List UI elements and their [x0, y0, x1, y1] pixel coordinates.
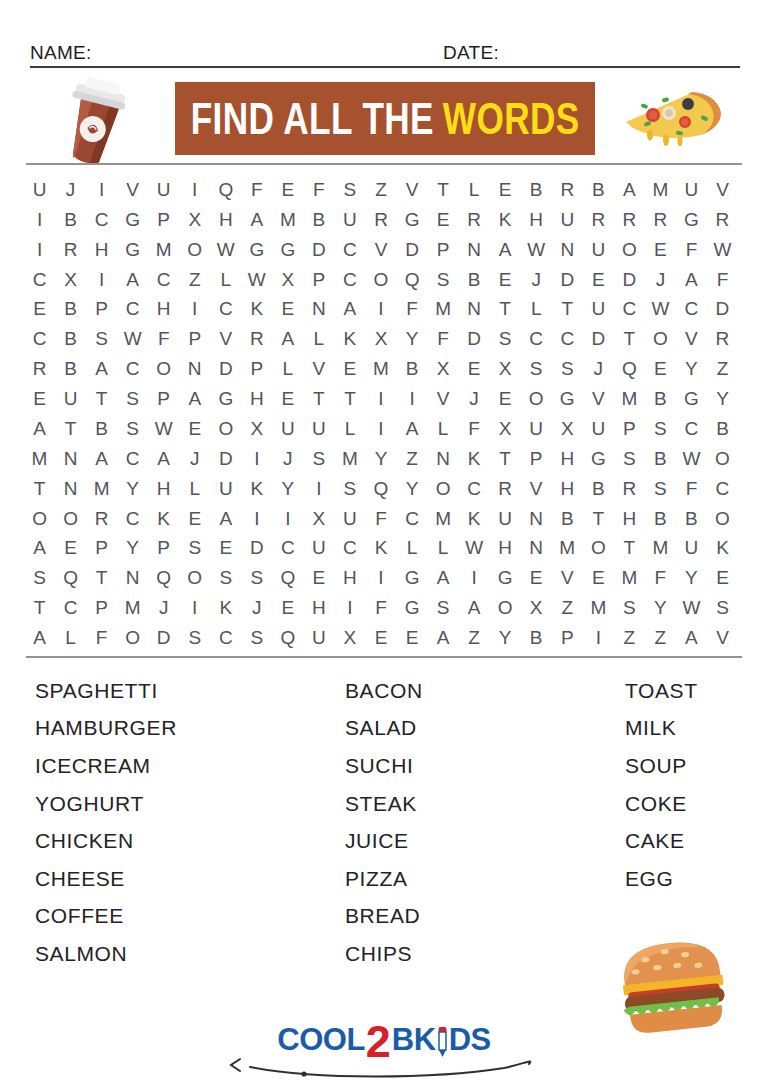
- grid-cell-r3c9[interactable]: G: [272, 235, 303, 265]
- grid-cell-r1c13[interactable]: V: [397, 175, 428, 205]
- grid-cell-r7c19[interactable]: J: [583, 354, 614, 384]
- grid-cell-r6c1[interactable]: C: [24, 324, 55, 354]
- grid-cell-r1c22[interactable]: U: [676, 175, 707, 205]
- grid-cell-r14c23[interactable]: E: [707, 563, 738, 593]
- grid-cell-r15c15[interactable]: A: [459, 593, 490, 623]
- grid-cell-r2c12[interactable]: R: [365, 205, 396, 235]
- grid-cell-r15c4[interactable]: M: [117, 593, 148, 623]
- grid-cell-r3c10[interactable]: D: [303, 235, 334, 265]
- grid-cell-r2c19[interactable]: R: [583, 205, 614, 235]
- grid-cell-r7c22[interactable]: Y: [676, 354, 707, 384]
- grid-cell-r1c8[interactable]: F: [241, 175, 272, 205]
- grid-cell-r15c1[interactable]: T: [24, 593, 55, 623]
- grid-cell-r9c5[interactable]: W: [148, 414, 179, 444]
- grid-cell-r11c1[interactable]: T: [24, 474, 55, 504]
- grid-cell-r13c10[interactable]: U: [303, 534, 334, 564]
- grid-cell-r6c22[interactable]: V: [676, 324, 707, 354]
- grid-cell-r3c12[interactable]: V: [365, 235, 396, 265]
- grid-cell-r1c21[interactable]: M: [645, 175, 676, 205]
- grid-cell-r15c3[interactable]: P: [86, 593, 117, 623]
- grid-cell-r16c20[interactable]: Z: [614, 623, 645, 653]
- grid-cell-r5c7[interactable]: C: [210, 295, 241, 325]
- grid-cell-r4c2[interactable]: X: [55, 265, 86, 295]
- grid-cell-r8c22[interactable]: G: [676, 384, 707, 414]
- grid-cell-r13c21[interactable]: M: [645, 534, 676, 564]
- grid-cell-r1c20[interactable]: A: [614, 175, 645, 205]
- grid-cell-r4c6[interactable]: Z: [179, 265, 210, 295]
- grid-cell-r9c9[interactable]: U: [272, 414, 303, 444]
- grid-cell-r10c6[interactable]: J: [179, 444, 210, 474]
- grid-cell-r12c14[interactable]: M: [428, 504, 459, 534]
- grid-cell-r12c20[interactable]: H: [614, 504, 645, 534]
- grid-cell-r10c12[interactable]: Y: [365, 444, 396, 474]
- grid-cell-r4c15[interactable]: B: [459, 265, 490, 295]
- grid-cell-r3c17[interactable]: W: [521, 235, 552, 265]
- grid-cell-r16c10[interactable]: U: [303, 623, 334, 653]
- grid-cell-r13c5[interactable]: P: [148, 534, 179, 564]
- grid-cell-r16c7[interactable]: C: [210, 623, 241, 653]
- grid-cell-r11c21[interactable]: S: [645, 474, 676, 504]
- grid-cell-r5c15[interactable]: N: [459, 295, 490, 325]
- grid-cell-r10c23[interactable]: O: [707, 444, 738, 474]
- grid-cell-r6c13[interactable]: Y: [397, 324, 428, 354]
- grid-cell-r5c22[interactable]: C: [676, 295, 707, 325]
- grid-cell-r6c20[interactable]: T: [614, 324, 645, 354]
- grid-cell-r5c2[interactable]: B: [55, 295, 86, 325]
- grid-cell-r11c14[interactable]: O: [428, 474, 459, 504]
- grid-cell-r8c3[interactable]: T: [86, 384, 117, 414]
- grid-cell-r9c1[interactable]: A: [24, 414, 55, 444]
- grid-cell-r11c8[interactable]: K: [241, 474, 272, 504]
- grid-cell-r4c13[interactable]: Q: [397, 265, 428, 295]
- grid-cell-r1c5[interactable]: U: [148, 175, 179, 205]
- grid-cell-r1c2[interactable]: J: [55, 175, 86, 205]
- grid-cell-r10c21[interactable]: B: [645, 444, 676, 474]
- grid-cell-r11c15[interactable]: C: [459, 474, 490, 504]
- grid-cell-r14c20[interactable]: M: [614, 563, 645, 593]
- grid-cell-r7c1[interactable]: R: [24, 354, 55, 384]
- grid-cell-r10c8[interactable]: I: [241, 444, 272, 474]
- grid-cell-r14c1[interactable]: S: [24, 563, 55, 593]
- grid-cell-r9c7[interactable]: O: [210, 414, 241, 444]
- grid-cell-r12c1[interactable]: O: [24, 504, 55, 534]
- grid-cell-r16c17[interactable]: B: [521, 623, 552, 653]
- grid-cell-r11c4[interactable]: Y: [117, 474, 148, 504]
- grid-cell-r5c10[interactable]: N: [303, 295, 334, 325]
- grid-cell-r13c18[interactable]: M: [552, 534, 583, 564]
- grid-cell-r4c20[interactable]: D: [614, 265, 645, 295]
- grid-cell-r1c17[interactable]: B: [521, 175, 552, 205]
- grid-cell-r10c4[interactable]: C: [117, 444, 148, 474]
- grid-cell-r7c2[interactable]: B: [55, 354, 86, 384]
- grid-cell-r2c22[interactable]: G: [676, 205, 707, 235]
- grid-cell-r3c20[interactable]: O: [614, 235, 645, 265]
- grid-cell-r4c18[interactable]: D: [552, 265, 583, 295]
- grid-cell-r15c11[interactable]: I: [334, 593, 365, 623]
- grid-cell-r8c1[interactable]: E: [24, 384, 55, 414]
- grid-cell-r13c1[interactable]: A: [24, 534, 55, 564]
- grid-cell-r7c10[interactable]: V: [303, 354, 334, 384]
- grid-cell-r13c9[interactable]: C: [272, 534, 303, 564]
- grid-cell-r7c5[interactable]: O: [148, 354, 179, 384]
- grid-cell-r12c3[interactable]: R: [86, 504, 117, 534]
- grid-cell-r12c6[interactable]: E: [179, 504, 210, 534]
- grid-cell-r7c4[interactable]: C: [117, 354, 148, 384]
- grid-cell-r14c16[interactable]: G: [490, 563, 521, 593]
- grid-cell-r9c16[interactable]: X: [490, 414, 521, 444]
- grid-cell-r10c15[interactable]: K: [459, 444, 490, 474]
- grid-cell-r2c8[interactable]: A: [241, 205, 272, 235]
- grid-cell-r16c13[interactable]: E: [397, 623, 428, 653]
- grid-cell-r4c12[interactable]: O: [365, 265, 396, 295]
- grid-cell-r8c19[interactable]: V: [583, 384, 614, 414]
- grid-cell-r4c23[interactable]: F: [707, 265, 738, 295]
- grid-cell-r5c8[interactable]: K: [241, 295, 272, 325]
- grid-cell-r14c10[interactable]: E: [303, 563, 334, 593]
- grid-cell-r10c17[interactable]: P: [521, 444, 552, 474]
- grid-cell-r11c11[interactable]: S: [334, 474, 365, 504]
- grid-cell-r7c11[interactable]: E: [334, 354, 365, 384]
- grid-cell-r10c2[interactable]: N: [55, 444, 86, 474]
- grid-cell-r2c4[interactable]: G: [117, 205, 148, 235]
- grid-cell-r6c14[interactable]: F: [428, 324, 459, 354]
- grid-cell-r14c14[interactable]: A: [428, 563, 459, 593]
- grid-cell-r6c7[interactable]: V: [210, 324, 241, 354]
- grid-cell-r6c6[interactable]: P: [179, 324, 210, 354]
- grid-cell-r3c21[interactable]: E: [645, 235, 676, 265]
- grid-cell-r8c23[interactable]: Y: [707, 384, 738, 414]
- grid-cell-r15c21[interactable]: Y: [645, 593, 676, 623]
- grid-cell-r5c6[interactable]: I: [179, 295, 210, 325]
- grid-cell-r11c5[interactable]: H: [148, 474, 179, 504]
- grid-cell-r4c21[interactable]: J: [645, 265, 676, 295]
- grid-cell-r8c6[interactable]: A: [179, 384, 210, 414]
- grid-cell-r16c1[interactable]: A: [24, 623, 55, 653]
- grid-cell-r4c9[interactable]: X: [272, 265, 303, 295]
- grid-cell-r6c18[interactable]: C: [552, 324, 583, 354]
- grid-cell-r3c4[interactable]: G: [117, 235, 148, 265]
- grid-cell-r14c17[interactable]: E: [521, 563, 552, 593]
- grid-cell-r5c23[interactable]: D: [707, 295, 738, 325]
- grid-cell-r10c10[interactable]: S: [303, 444, 334, 474]
- grid-cell-r13c22[interactable]: U: [676, 534, 707, 564]
- grid-cell-r7c7[interactable]: D: [210, 354, 241, 384]
- grid-cell-r9c19[interactable]: U: [583, 414, 614, 444]
- grid-cell-r13c4[interactable]: Y: [117, 534, 148, 564]
- grid-cell-r12c16[interactable]: U: [490, 504, 521, 534]
- grid-cell-r16c14[interactable]: A: [428, 623, 459, 653]
- grid-cell-r8c21[interactable]: B: [645, 384, 676, 414]
- grid-cell-r9c20[interactable]: P: [614, 414, 645, 444]
- grid-cell-r16c21[interactable]: Z: [645, 623, 676, 653]
- grid-cell-r2c10[interactable]: B: [303, 205, 334, 235]
- grid-cell-r3c7[interactable]: W: [210, 235, 241, 265]
- grid-cell-r13c3[interactable]: P: [86, 534, 117, 564]
- grid-cell-r12c13[interactable]: C: [397, 504, 428, 534]
- grid-cell-r15c8[interactable]: J: [241, 593, 272, 623]
- grid-cell-r5c13[interactable]: F: [397, 295, 428, 325]
- grid-cell-r10c7[interactable]: D: [210, 444, 241, 474]
- grid-cell-r9c6[interactable]: E: [179, 414, 210, 444]
- grid-cell-r5c12[interactable]: I: [365, 295, 396, 325]
- grid-cell-r16c8[interactable]: S: [241, 623, 272, 653]
- grid-cell-r8c13[interactable]: I: [397, 384, 428, 414]
- grid-cell-r16c6[interactable]: S: [179, 623, 210, 653]
- grid-cell-r11c6[interactable]: L: [179, 474, 210, 504]
- grid-cell-r14c9[interactable]: Q: [272, 563, 303, 593]
- grid-cell-r8c18[interactable]: G: [552, 384, 583, 414]
- grid-cell-r2c20[interactable]: R: [614, 205, 645, 235]
- grid-cell-r13c14[interactable]: L: [428, 534, 459, 564]
- grid-cell-r4c8[interactable]: W: [241, 265, 272, 295]
- grid-cell-r2c15[interactable]: R: [459, 205, 490, 235]
- grid-cell-r13c13[interactable]: L: [397, 534, 428, 564]
- grid-cell-r12c4[interactable]: C: [117, 504, 148, 534]
- grid-cell-r3c13[interactable]: D: [397, 235, 428, 265]
- grid-cell-r9c2[interactable]: T: [55, 414, 86, 444]
- grid-cell-r2c9[interactable]: M: [272, 205, 303, 235]
- grid-cell-r14c12[interactable]: I: [365, 563, 396, 593]
- grid-cell-r4c3[interactable]: I: [86, 265, 117, 295]
- grid-cell-r14c5[interactable]: Q: [148, 563, 179, 593]
- grid-cell-r13c6[interactable]: S: [179, 534, 210, 564]
- grid-cell-r8c5[interactable]: P: [148, 384, 179, 414]
- grid-cell-r10c14[interactable]: N: [428, 444, 459, 474]
- grid-cell-r5c17[interactable]: L: [521, 295, 552, 325]
- grid-cell-r11c23[interactable]: C: [707, 474, 738, 504]
- grid-cell-r1c9[interactable]: E: [272, 175, 303, 205]
- grid-cell-r15c14[interactable]: S: [428, 593, 459, 623]
- grid-cell-r15c20[interactable]: S: [614, 593, 645, 623]
- grid-cell-r2c5[interactable]: P: [148, 205, 179, 235]
- grid-cell-r9c17[interactable]: U: [521, 414, 552, 444]
- grid-cell-r12c17[interactable]: N: [521, 504, 552, 534]
- grid-cell-r8c12[interactable]: I: [365, 384, 396, 414]
- grid-cell-r10c9[interactable]: J: [272, 444, 303, 474]
- grid-cell-r6c12[interactable]: X: [365, 324, 396, 354]
- grid-cell-r14c13[interactable]: G: [397, 563, 428, 593]
- grid-cell-r4c7[interactable]: L: [210, 265, 241, 295]
- grid-cell-r6c8[interactable]: R: [241, 324, 272, 354]
- grid-cell-r15c18[interactable]: Z: [552, 593, 583, 623]
- grid-cell-r9c23[interactable]: B: [707, 414, 738, 444]
- grid-cell-r7c17[interactable]: S: [521, 354, 552, 384]
- grid-cell-r2c18[interactable]: U: [552, 205, 583, 235]
- grid-cell-r6c2[interactable]: B: [55, 324, 86, 354]
- grid-cell-r5c20[interactable]: C: [614, 295, 645, 325]
- grid-cell-r6c16[interactable]: S: [490, 324, 521, 354]
- grid-cell-r10c1[interactable]: M: [24, 444, 55, 474]
- grid-cell-r4c10[interactable]: P: [303, 265, 334, 295]
- grid-cell-r4c17[interactable]: J: [521, 265, 552, 295]
- grid-cell-r16c12[interactable]: E: [365, 623, 396, 653]
- grid-cell-r5c16[interactable]: T: [490, 295, 521, 325]
- grid-cell-r15c6[interactable]: I: [179, 593, 210, 623]
- grid-cell-r11c2[interactable]: N: [55, 474, 86, 504]
- grid-cell-r13c15[interactable]: W: [459, 534, 490, 564]
- grid-cell-r11c9[interactable]: Y: [272, 474, 303, 504]
- grid-cell-r14c11[interactable]: H: [334, 563, 365, 593]
- grid-cell-r6c9[interactable]: A: [272, 324, 303, 354]
- grid-cell-r9c12[interactable]: I: [365, 414, 396, 444]
- grid-cell-r7c3[interactable]: A: [86, 354, 117, 384]
- grid-cell-r15c16[interactable]: O: [490, 593, 521, 623]
- grid-cell-r5c4[interactable]: C: [117, 295, 148, 325]
- grid-cell-r3c5[interactable]: M: [148, 235, 179, 265]
- grid-cell-r15c19[interactable]: M: [583, 593, 614, 623]
- grid-cell-r6c4[interactable]: W: [117, 324, 148, 354]
- grid-cell-r1c15[interactable]: L: [459, 175, 490, 205]
- grid-cell-r1c3[interactable]: I: [86, 175, 117, 205]
- grid-cell-r8c7[interactable]: G: [210, 384, 241, 414]
- grid-cell-r16c19[interactable]: I: [583, 623, 614, 653]
- grid-cell-r7c23[interactable]: Z: [707, 354, 738, 384]
- grid-cell-r1c7[interactable]: Q: [210, 175, 241, 205]
- grid-cell-r5c11[interactable]: A: [334, 295, 365, 325]
- grid-cell-r12c12[interactable]: F: [365, 504, 396, 534]
- grid-cell-r11c12[interactable]: Q: [365, 474, 396, 504]
- grid-cell-r13c17[interactable]: N: [521, 534, 552, 564]
- grid-cell-r3c3[interactable]: H: [86, 235, 117, 265]
- grid-cell-r15c22[interactable]: W: [676, 593, 707, 623]
- grid-cell-r3c8[interactable]: G: [241, 235, 272, 265]
- grid-cell-r16c9[interactable]: Q: [272, 623, 303, 653]
- grid-cell-r9c14[interactable]: L: [428, 414, 459, 444]
- grid-cell-r7c14[interactable]: X: [428, 354, 459, 384]
- grid-cell-r2c21[interactable]: R: [645, 205, 676, 235]
- grid-cell-r1c6[interactable]: I: [179, 175, 210, 205]
- grid-cell-r14c3[interactable]: T: [86, 563, 117, 593]
- grid-cell-r8c10[interactable]: T: [303, 384, 334, 414]
- grid-cell-r6c5[interactable]: F: [148, 324, 179, 354]
- grid-cell-r13c2[interactable]: E: [55, 534, 86, 564]
- grid-cell-r6c11[interactable]: K: [334, 324, 365, 354]
- grid-cell-r15c13[interactable]: G: [397, 593, 428, 623]
- grid-cell-r3c19[interactable]: U: [583, 235, 614, 265]
- grid-cell-r9c8[interactable]: X: [241, 414, 272, 444]
- grid-cell-r7c16[interactable]: X: [490, 354, 521, 384]
- grid-cell-r7c18[interactable]: S: [552, 354, 583, 384]
- grid-cell-r10c5[interactable]: A: [148, 444, 179, 474]
- grid-cell-r7c15[interactable]: E: [459, 354, 490, 384]
- grid-cell-r12c19[interactable]: T: [583, 504, 614, 534]
- grid-cell-r11c19[interactable]: B: [583, 474, 614, 504]
- grid-cell-r2c17[interactable]: H: [521, 205, 552, 235]
- grid-cell-r7c13[interactable]: B: [397, 354, 428, 384]
- grid-cell-r9c10[interactable]: U: [303, 414, 334, 444]
- grid-cell-r10c11[interactable]: M: [334, 444, 365, 474]
- grid-cell-r1c19[interactable]: B: [583, 175, 614, 205]
- grid-cell-r8c20[interactable]: M: [614, 384, 645, 414]
- grid-cell-r12c10[interactable]: X: [303, 504, 334, 534]
- grid-cell-r16c3[interactable]: F: [86, 623, 117, 653]
- grid-cell-r8c4[interactable]: S: [117, 384, 148, 414]
- grid-cell-r4c1[interactable]: C: [24, 265, 55, 295]
- grid-cell-r10c22[interactable]: W: [676, 444, 707, 474]
- grid-cell-r16c4[interactable]: O: [117, 623, 148, 653]
- grid-cell-r13c8[interactable]: D: [241, 534, 272, 564]
- grid-cell-r1c12[interactable]: Z: [365, 175, 396, 205]
- grid-cell-r5c9[interactable]: E: [272, 295, 303, 325]
- grid-cell-r11c13[interactable]: Y: [397, 474, 428, 504]
- grid-cell-r5c21[interactable]: W: [645, 295, 676, 325]
- grid-cell-r4c14[interactable]: S: [428, 265, 459, 295]
- grid-cell-r13c23[interactable]: K: [707, 534, 738, 564]
- grid-cell-r2c14[interactable]: E: [428, 205, 459, 235]
- grid-cell-r10c13[interactable]: Z: [397, 444, 428, 474]
- grid-cell-r4c5[interactable]: C: [148, 265, 179, 295]
- grid-cell-r7c12[interactable]: M: [365, 354, 396, 384]
- grid-cell-r5c19[interactable]: U: [583, 295, 614, 325]
- grid-cell-r14c2[interactable]: Q: [55, 563, 86, 593]
- grid-cell-r11c22[interactable]: F: [676, 474, 707, 504]
- grid-cell-r11c10[interactable]: I: [303, 474, 334, 504]
- grid-cell-r3c16[interactable]: A: [490, 235, 521, 265]
- grid-cell-r11c17[interactable]: V: [521, 474, 552, 504]
- grid-cell-r9c11[interactable]: L: [334, 414, 365, 444]
- grid-cell-r2c16[interactable]: K: [490, 205, 521, 235]
- grid-cell-r14c4[interactable]: N: [117, 563, 148, 593]
- grid-cell-r14c6[interactable]: O: [179, 563, 210, 593]
- grid-cell-r2c6[interactable]: X: [179, 205, 210, 235]
- grid-cell-r9c13[interactable]: A: [397, 414, 428, 444]
- grid-cell-r7c21[interactable]: E: [645, 354, 676, 384]
- grid-cell-r15c17[interactable]: X: [521, 593, 552, 623]
- grid-cell-r13c19[interactable]: O: [583, 534, 614, 564]
- grid-cell-r11c3[interactable]: M: [86, 474, 117, 504]
- grid-cell-r14c19[interactable]: E: [583, 563, 614, 593]
- grid-cell-r15c10[interactable]: H: [303, 593, 334, 623]
- grid-cell-r13c20[interactable]: T: [614, 534, 645, 564]
- grid-cell-r7c8[interactable]: P: [241, 354, 272, 384]
- grid-cell-r14c22[interactable]: Y: [676, 563, 707, 593]
- grid-cell-r5c1[interactable]: E: [24, 295, 55, 325]
- grid-cell-r3c1[interactable]: I: [24, 235, 55, 265]
- grid-cell-r12c9[interactable]: I: [272, 504, 303, 534]
- grid-cell-r12c2[interactable]: O: [55, 504, 86, 534]
- grid-cell-r3c2[interactable]: R: [55, 235, 86, 265]
- grid-cell-r14c15[interactable]: I: [459, 563, 490, 593]
- grid-cell-r10c19[interactable]: G: [583, 444, 614, 474]
- grid-cell-r15c2[interactable]: C: [55, 593, 86, 623]
- grid-cell-r15c5[interactable]: J: [148, 593, 179, 623]
- grid-cell-r16c11[interactable]: X: [334, 623, 365, 653]
- grid-cell-r11c7[interactable]: U: [210, 474, 241, 504]
- grid-cell-r12c15[interactable]: K: [459, 504, 490, 534]
- grid-cell-r13c7[interactable]: E: [210, 534, 241, 564]
- grid-cell-r15c23[interactable]: S: [707, 593, 738, 623]
- grid-cell-r12c23[interactable]: O: [707, 504, 738, 534]
- grid-cell-r1c23[interactable]: V: [707, 175, 738, 205]
- grid-cell-r8c2[interactable]: U: [55, 384, 86, 414]
- grid-cell-r13c11[interactable]: C: [334, 534, 365, 564]
- grid-cell-r3c23[interactable]: W: [707, 235, 738, 265]
- grid-cell-r14c7[interactable]: S: [210, 563, 241, 593]
- grid-cell-r10c18[interactable]: H: [552, 444, 583, 474]
- grid-cell-r14c8[interactable]: S: [241, 563, 272, 593]
- grid-cell-r4c4[interactable]: A: [117, 265, 148, 295]
- grid-cell-r14c21[interactable]: F: [645, 563, 676, 593]
- grid-cell-r6c23[interactable]: R: [707, 324, 738, 354]
- grid-cell-r8c16[interactable]: E: [490, 384, 521, 414]
- grid-cell-r11c20[interactable]: R: [614, 474, 645, 504]
- grid-cell-r7c6[interactable]: N: [179, 354, 210, 384]
- grid-cell-r16c15[interactable]: Z: [459, 623, 490, 653]
- grid-cell-r10c16[interactable]: T: [490, 444, 521, 474]
- grid-cell-r2c23[interactable]: R: [707, 205, 738, 235]
- grid-cell-r3c15[interactable]: N: [459, 235, 490, 265]
- grid-cell-r2c2[interactable]: B: [55, 205, 86, 235]
